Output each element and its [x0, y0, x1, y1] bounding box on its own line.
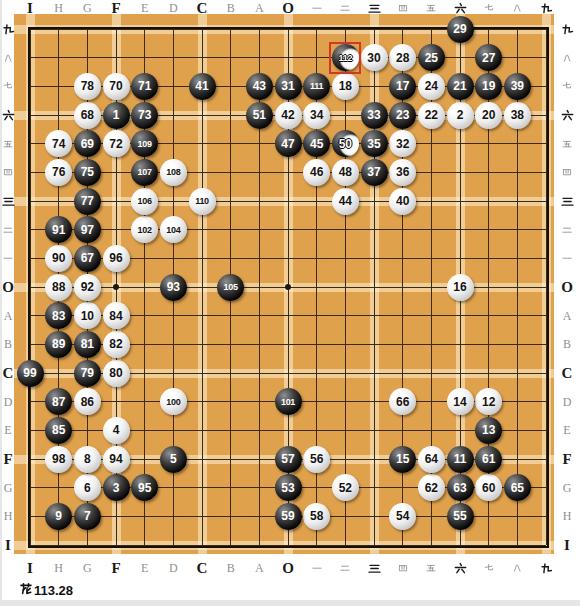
- stone-100[interactable]: 100: [160, 388, 187, 415]
- stone-68[interactable]: 68: [74, 102, 101, 129]
- stone-22[interactable]: 22: [418, 102, 445, 129]
- coord-label-二: [559, 222, 575, 238]
- coord-label-六: [559, 107, 575, 123]
- stone-number: 58: [310, 509, 323, 523]
- stone-92[interactable]: 92: [74, 274, 101, 301]
- coord-label-F: F: [0, 451, 16, 467]
- coord-label-H: H: [559, 508, 575, 524]
- stone-number: 89: [52, 337, 65, 351]
- stone-105[interactable]: 105: [217, 274, 244, 301]
- stone-55[interactable]: 55: [447, 503, 474, 530]
- stone-79[interactable]: 79: [74, 360, 101, 387]
- coord-label-四: [392, 0, 414, 16]
- stone-17[interactable]: 17: [389, 73, 416, 100]
- stone-43[interactable]: 43: [246, 73, 273, 100]
- coord-label-B: B: [559, 336, 575, 352]
- stone-13[interactable]: 13: [475, 417, 502, 444]
- coord-label-I: I: [0, 537, 16, 553]
- coord-label-F: F: [559, 451, 575, 467]
- stone-number: 13: [482, 423, 495, 437]
- stone-4[interactable]: 4: [103, 417, 130, 444]
- stone-11[interactable]: 11: [447, 446, 474, 473]
- stone-number: 90: [52, 251, 65, 265]
- stone-number: 84: [109, 309, 122, 323]
- stone-94[interactable]: 94: [103, 446, 130, 473]
- stone-number: 42: [281, 108, 294, 122]
- stone-number: 83: [52, 309, 65, 323]
- stone-20[interactable]: 20: [475, 102, 502, 129]
- stone-number: 21: [453, 79, 466, 93]
- stone-number: 86: [81, 395, 94, 409]
- star-point: [285, 284, 291, 290]
- coord-label-八: [506, 560, 528, 576]
- stone-52[interactable]: 52: [332, 474, 359, 501]
- coord-label-六: [0, 107, 16, 123]
- stone-30[interactable]: 30: [361, 44, 388, 71]
- stone-41[interactable]: 41: [189, 73, 216, 100]
- coord-label-二: [334, 0, 356, 16]
- stone-73[interactable]: 73: [131, 102, 158, 129]
- stone-104[interactable]: 104: [160, 216, 187, 243]
- stone-65[interactable]: 65: [504, 474, 531, 501]
- stone-number: 96: [109, 251, 122, 265]
- stone-6[interactable]: 6: [74, 474, 101, 501]
- stone-number: 23: [396, 108, 409, 122]
- stone-number: 66: [396, 395, 409, 409]
- coord-label-二: [334, 560, 356, 576]
- stone-number: 77: [81, 194, 94, 208]
- stone-number: 57: [281, 452, 294, 466]
- stone-number: 61: [482, 452, 495, 466]
- coord-label-O: O: [0, 279, 16, 295]
- stone-number: 9: [55, 509, 62, 523]
- stone-number: 73: [138, 108, 151, 122]
- stone-number: 24: [425, 79, 438, 93]
- stone-46[interactable]: 46: [303, 159, 330, 186]
- stone-number: 106: [138, 196, 152, 206]
- stone-47[interactable]: 47: [275, 130, 302, 157]
- coord-label-九: [559, 21, 575, 37]
- coord-label-四: [559, 164, 575, 180]
- coord-label-I: I: [559, 537, 575, 553]
- stone-number: 109: [138, 139, 152, 149]
- stone-53[interactable]: 53: [275, 474, 302, 501]
- coord-label-七: [0, 78, 16, 94]
- coord-label-F: F: [105, 0, 127, 16]
- stone-number: 74: [52, 137, 65, 151]
- stone-number: 97: [81, 223, 94, 237]
- stone-8[interactable]: 8: [74, 446, 101, 473]
- stone-number: 10: [81, 309, 94, 323]
- stone-16[interactable]: 16: [447, 274, 474, 301]
- coord-label-七: [559, 78, 575, 94]
- stone-78[interactable]: 78: [74, 73, 101, 100]
- stone-19[interactable]: 19: [475, 73, 502, 100]
- stone-number: 27: [482, 51, 495, 65]
- stone-number: 17: [396, 79, 409, 93]
- stone-81[interactable]: 81: [74, 331, 101, 358]
- coord-label-八: [559, 50, 575, 66]
- stone-99[interactable]: 99: [17, 360, 44, 387]
- coord-label-G: G: [0, 480, 16, 496]
- move-info-caption: 113.28: [19, 582, 73, 599]
- coord-label-三: [0, 193, 16, 209]
- stone-number: 55: [453, 509, 466, 523]
- stone-38[interactable]: 38: [504, 102, 531, 129]
- coord-label-一: [0, 250, 16, 266]
- stone-number: 20: [482, 108, 495, 122]
- coord-label-五: [420, 0, 442, 16]
- coord-label-二: [0, 222, 16, 238]
- coord-label-四: [0, 164, 16, 180]
- stone-number: 100: [166, 397, 180, 407]
- stone-number: 79: [81, 366, 94, 380]
- coord-label-D: D: [559, 394, 575, 410]
- coord-label-G: G: [76, 560, 98, 576]
- stone-34[interactable]: 34: [303, 102, 330, 129]
- coord-label-O: O: [277, 0, 299, 16]
- stone-number: 88: [52, 280, 65, 294]
- coord-label-A: A: [248, 0, 270, 16]
- stone-50[interactable]: 50: [332, 130, 359, 157]
- stone-number: 111: [310, 81, 323, 91]
- stone-number: 95: [138, 481, 151, 495]
- stone-number: 93: [167, 280, 180, 294]
- coord-label-C: C: [559, 365, 575, 381]
- coord-label-E: E: [559, 422, 575, 438]
- coord-label-A: A: [0, 308, 16, 324]
- stone-56[interactable]: 56: [303, 446, 330, 473]
- coord-label-三: [363, 0, 385, 16]
- stone-3[interactable]: 3: [103, 474, 130, 501]
- stone-number: 108: [166, 167, 180, 177]
- stone-number: 92: [81, 280, 94, 294]
- stone-number: 98: [52, 452, 65, 466]
- stone-number: 64: [425, 452, 438, 466]
- stone-number: 7: [84, 509, 91, 523]
- stone-number: 82: [109, 337, 122, 351]
- stone-number: 62: [425, 481, 438, 495]
- stone-77[interactable]: 77: [74, 188, 101, 215]
- stone-number: 34: [310, 108, 323, 122]
- coord-label-B: B: [0, 336, 16, 352]
- stone-35[interactable]: 35: [361, 130, 388, 157]
- coord-label-七: [478, 560, 500, 576]
- stone-number: 30: [367, 51, 380, 65]
- stone-39[interactable]: 39: [504, 73, 531, 100]
- coord-label-I: I: [19, 0, 41, 16]
- coord-label-G: G: [76, 0, 98, 16]
- stone-40[interactable]: 40: [389, 188, 416, 215]
- coord-label-一: [559, 250, 575, 266]
- stone-67[interactable]: 67: [74, 245, 101, 272]
- stone-63[interactable]: 63: [447, 474, 474, 501]
- coord-label-E: E: [134, 560, 156, 576]
- stone-1[interactable]: 1: [103, 102, 130, 129]
- coord-label-A: A: [248, 560, 270, 576]
- coord-label-B: B: [220, 0, 242, 16]
- stone-number: 70: [109, 79, 122, 93]
- stone-number: 3: [113, 481, 120, 495]
- coord-label-H: H: [48, 0, 70, 16]
- stone-number: 15: [396, 452, 409, 466]
- coord-label-E: E: [134, 0, 156, 16]
- stone-number: 46: [310, 165, 323, 179]
- stone-number: 75: [81, 165, 94, 179]
- stone-number: 31: [281, 79, 294, 93]
- stone-number: 99: [23, 366, 36, 380]
- stone-69[interactable]: 69: [74, 130, 101, 157]
- stone-number: 60: [482, 481, 495, 495]
- stone-71[interactable]: 71: [131, 73, 158, 100]
- stone-51[interactable]: 51: [246, 102, 273, 129]
- stone-number: 1: [113, 108, 120, 122]
- stone-number: 48: [339, 165, 352, 179]
- stone-number: 35: [367, 137, 380, 151]
- stone-24[interactable]: 24: [418, 73, 445, 100]
- stone-76[interactable]: 76: [45, 159, 72, 186]
- window-edge-bottom: [0, 600, 580, 606]
- stone-10[interactable]: 10: [74, 302, 101, 329]
- stone-number: 18: [339, 79, 352, 93]
- stone-84[interactable]: 84: [103, 302, 130, 329]
- stone-number: 14: [453, 395, 466, 409]
- stone-61[interactable]: 61: [475, 446, 502, 473]
- stone-number: 4: [113, 423, 120, 437]
- stone-number: 102: [138, 225, 152, 235]
- stone-7[interactable]: 7: [74, 503, 101, 530]
- stone-number: 19: [482, 79, 495, 93]
- stone-48[interactable]: 48: [332, 159, 359, 186]
- coord-label-C: C: [0, 365, 16, 381]
- coord-label-O: O: [277, 560, 299, 576]
- stone-number: 80: [109, 366, 122, 380]
- stone-number: 69: [81, 137, 94, 151]
- stone-number: 53: [281, 481, 294, 495]
- star-point: [113, 284, 119, 290]
- stone-number: 29: [453, 22, 466, 36]
- stone-number: 41: [195, 79, 208, 93]
- stone-37[interactable]: 37: [361, 159, 388, 186]
- coord-label-A: A: [559, 308, 575, 324]
- stone-number: 47: [281, 137, 294, 151]
- stone-2[interactable]: 2: [447, 102, 474, 129]
- stone-86[interactable]: 86: [74, 388, 101, 415]
- stone-number: 72: [109, 137, 122, 151]
- stone-number: 78: [81, 79, 94, 93]
- coord-label-H: H: [0, 508, 16, 524]
- stone-number: 36: [396, 165, 409, 179]
- stone-number: 65: [511, 481, 524, 495]
- stone-21[interactable]: 21: [447, 73, 474, 100]
- coord-label-一: [306, 560, 328, 576]
- stone-number: 67: [81, 251, 94, 265]
- stone-57[interactable]: 57: [275, 446, 302, 473]
- stone-number: 56: [310, 452, 323, 466]
- coord-label-三: [559, 193, 575, 209]
- stone-number: 33: [367, 108, 380, 122]
- coord-label-D: D: [0, 394, 16, 410]
- stone-108[interactable]: 108: [160, 159, 187, 186]
- coord-label-B: B: [220, 560, 242, 576]
- stone-107[interactable]: 107: [131, 159, 158, 186]
- stone-70[interactable]: 70: [103, 73, 130, 100]
- stone-number: 76: [52, 165, 65, 179]
- stone-number: 22: [425, 108, 438, 122]
- coord-label-I: I: [19, 560, 41, 576]
- coord-label-D: D: [162, 560, 184, 576]
- stone-90[interactable]: 90: [45, 245, 72, 272]
- stone-number: 87: [52, 395, 65, 409]
- coord-label-四: [392, 560, 414, 576]
- coord-label-七: [478, 0, 500, 16]
- stone-110[interactable]: 110: [189, 188, 216, 215]
- stone-number: 104: [166, 225, 180, 235]
- stone-number: 32: [396, 137, 409, 151]
- stone-54[interactable]: 54: [389, 503, 416, 530]
- coord-label-六: [449, 0, 471, 16]
- stone-42[interactable]: 42: [275, 102, 302, 129]
- coord-label-五: [559, 136, 575, 152]
- coord-label-O: O: [559, 279, 575, 295]
- stone-14[interactable]: 14: [447, 388, 474, 415]
- coord-label-九: [535, 560, 557, 576]
- last-move-marker: [329, 42, 361, 74]
- stone-75[interactable]: 75: [74, 159, 101, 186]
- coord-label-一: [306, 0, 328, 16]
- stone-106[interactable]: 106: [131, 188, 158, 215]
- stone-number: 39: [511, 79, 524, 93]
- coord-label-C: C: [191, 0, 213, 16]
- coord-label-九: [0, 21, 16, 37]
- stone-number: 91: [52, 223, 65, 237]
- stone-number: 85: [52, 423, 65, 437]
- stone-18[interactable]: 18: [332, 73, 359, 100]
- stone-44[interactable]: 44: [332, 188, 359, 215]
- stone-9[interactable]: 9: [45, 503, 72, 530]
- stone-58[interactable]: 58: [303, 503, 330, 530]
- coord-label-六: [449, 560, 471, 576]
- stone-number: 8: [84, 452, 91, 466]
- stone-29[interactable]: 29: [447, 16, 474, 43]
- coord-label-五: [0, 136, 16, 152]
- stone-number: 71: [138, 79, 151, 93]
- coord-label-九: [535, 0, 557, 16]
- coord-label-五: [420, 560, 442, 576]
- stone-number: 5: [170, 452, 177, 466]
- stone-number: 51: [253, 108, 266, 122]
- stone-98[interactable]: 98: [45, 446, 72, 473]
- stone-72[interactable]: 72: [103, 130, 130, 157]
- stone-number: 81: [81, 337, 94, 351]
- caption-value: 113.28: [34, 583, 73, 598]
- stone-number: 43: [253, 79, 266, 93]
- stone-number: 101: [281, 397, 295, 407]
- stone-number: 68: [81, 108, 94, 122]
- stone-number: 25: [425, 51, 438, 65]
- stone-number: 2: [457, 108, 464, 122]
- stone-number: 94: [109, 452, 122, 466]
- stone-number: 105: [224, 282, 238, 292]
- stone-96[interactable]: 96: [103, 245, 130, 272]
- stone-5[interactable]: 5: [160, 446, 187, 473]
- stone-80[interactable]: 80: [103, 360, 130, 387]
- coord-label-C: C: [191, 560, 213, 576]
- stone-23[interactable]: 23: [389, 102, 416, 129]
- stone-36[interactable]: 36: [389, 159, 416, 186]
- stone-number: 40: [396, 194, 409, 208]
- stone-59[interactable]: 59: [275, 503, 302, 530]
- stone-number: 54: [396, 509, 409, 523]
- stone-number: 52: [339, 481, 352, 495]
- stone-85[interactable]: 85: [45, 417, 72, 444]
- stone-number: 44: [339, 194, 352, 208]
- go-game-viewer: 1234567891011121314151617181920212223242…: [0, 0, 580, 606]
- coord-label-八: [506, 0, 528, 16]
- coord-label-G: G: [559, 480, 575, 496]
- coord-label-E: E: [0, 422, 16, 438]
- stone-number: 110: [195, 196, 209, 206]
- stone-number: 59: [281, 509, 294, 523]
- caption-cjk-glyph: [19, 582, 33, 599]
- coord-label-三: [363, 560, 385, 576]
- stone-number: 45: [310, 137, 323, 151]
- stone-93[interactable]: 93: [160, 274, 187, 301]
- stone-number: 107: [138, 167, 152, 177]
- stone-number: 6: [84, 481, 91, 495]
- coord-label-八: [0, 50, 16, 66]
- stone-15[interactable]: 15: [389, 446, 416, 473]
- stone-number: 16: [453, 280, 466, 294]
- stone-88[interactable]: 88: [45, 274, 72, 301]
- stone-25[interactable]: 25: [418, 44, 445, 71]
- coord-label-F: F: [105, 560, 127, 576]
- stone-97[interactable]: 97: [74, 216, 101, 243]
- stone-number: 37: [367, 165, 380, 179]
- stone-64[interactable]: 64: [418, 446, 445, 473]
- stone-82[interactable]: 82: [103, 331, 130, 358]
- coord-label-H: H: [48, 560, 70, 576]
- stone-number: 38: [511, 108, 524, 122]
- stone-number: 28: [396, 51, 409, 65]
- stone-31[interactable]: 31: [275, 73, 302, 100]
- stone-number: 12: [482, 395, 495, 409]
- stone-number: 63: [453, 481, 466, 495]
- stone-33[interactable]: 33: [361, 102, 388, 129]
- stone-number: 50: [339, 137, 352, 151]
- coord-label-D: D: [162, 0, 184, 16]
- stone-62[interactable]: 62: [418, 474, 445, 501]
- stone-number: 11: [454, 452, 467, 466]
- stone-111[interactable]: 111: [303, 73, 330, 100]
- stone-101[interactable]: 101: [275, 388, 302, 415]
- stone-89[interactable]: 89: [45, 331, 72, 358]
